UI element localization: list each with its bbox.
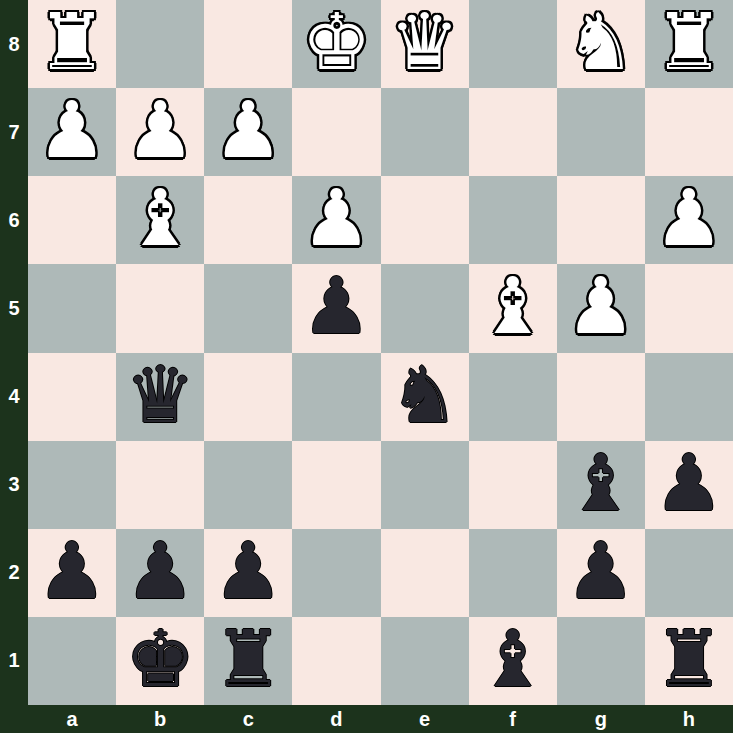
square-d1[interactable] bbox=[292, 617, 380, 705]
square-c4[interactable] bbox=[204, 353, 292, 441]
file-label-f: f bbox=[469, 705, 557, 733]
square-e1[interactable] bbox=[381, 617, 469, 705]
square-c2[interactable]: ♟︎ bbox=[204, 529, 292, 617]
square-a7[interactable]: ♟︎ bbox=[28, 88, 116, 176]
white-knight[interactable]: ♞︎ bbox=[566, 3, 636, 81]
square-b8[interactable] bbox=[116, 0, 204, 88]
white-rook[interactable]: ♜︎ bbox=[654, 3, 724, 81]
square-e8[interactable]: ♛︎ bbox=[381, 0, 469, 88]
white-pawn[interactable]: ♟︎ bbox=[301, 179, 371, 257]
rank-label-2: 2 bbox=[0, 529, 28, 617]
square-b1[interactable]: ♚︎ bbox=[116, 617, 204, 705]
white-pawn[interactable]: ♟︎ bbox=[37, 91, 107, 169]
white-rook[interactable]: ♜︎ bbox=[37, 3, 107, 81]
square-h4[interactable] bbox=[645, 353, 733, 441]
black-king[interactable]: ♚︎ bbox=[125, 620, 195, 698]
square-a2[interactable]: ♟︎ bbox=[28, 529, 116, 617]
black-pawn[interactable]: ♟︎ bbox=[213, 532, 283, 610]
rank-label-6: 6 bbox=[0, 176, 28, 264]
square-e6[interactable] bbox=[381, 176, 469, 264]
black-pawn[interactable]: ♟︎ bbox=[301, 267, 371, 345]
square-g5[interactable]: ♟︎ bbox=[557, 264, 645, 352]
square-f8[interactable] bbox=[469, 0, 557, 88]
black-bishop[interactable]: ♝︎ bbox=[566, 444, 636, 522]
black-rook[interactable]: ♜︎ bbox=[213, 620, 283, 698]
black-knight[interactable]: ♞︎ bbox=[390, 356, 460, 434]
square-b4[interactable]: ♛︎ bbox=[116, 353, 204, 441]
file-label-e: e bbox=[381, 705, 469, 733]
board-corner bbox=[0, 705, 28, 733]
square-f1[interactable]: ♝︎ bbox=[469, 617, 557, 705]
file-label-g: g bbox=[557, 705, 645, 733]
square-d6[interactable]: ♟︎ bbox=[292, 176, 380, 264]
square-b7[interactable]: ♟︎ bbox=[116, 88, 204, 176]
file-label-a: a bbox=[28, 705, 116, 733]
square-h5[interactable] bbox=[645, 264, 733, 352]
file-label-d: d bbox=[292, 705, 380, 733]
square-a8[interactable]: ♜︎ bbox=[28, 0, 116, 88]
square-e3[interactable] bbox=[381, 441, 469, 529]
square-d5[interactable]: ♟︎ bbox=[292, 264, 380, 352]
black-rook[interactable]: ♜︎ bbox=[654, 620, 724, 698]
white-queen[interactable]: ♛︎ bbox=[390, 3, 460, 81]
square-c5[interactable] bbox=[204, 264, 292, 352]
rank-label-8: 8 bbox=[0, 0, 28, 88]
square-f7[interactable] bbox=[469, 88, 557, 176]
file-label-c: c bbox=[204, 705, 292, 733]
square-h1[interactable]: ♜︎ bbox=[645, 617, 733, 705]
square-h6[interactable]: ♟︎ bbox=[645, 176, 733, 264]
square-c7[interactable]: ♟︎ bbox=[204, 88, 292, 176]
square-d3[interactable] bbox=[292, 441, 380, 529]
square-c8[interactable] bbox=[204, 0, 292, 88]
square-h8[interactable]: ♜︎ bbox=[645, 0, 733, 88]
white-king[interactable]: ♚︎ bbox=[301, 3, 371, 81]
black-pawn[interactable]: ♟︎ bbox=[566, 532, 636, 610]
white-bishop[interactable]: ♝︎ bbox=[478, 267, 548, 345]
square-b5[interactable] bbox=[116, 264, 204, 352]
square-d4[interactable] bbox=[292, 353, 380, 441]
black-pawn[interactable]: ♟︎ bbox=[37, 532, 107, 610]
square-a5[interactable] bbox=[28, 264, 116, 352]
square-a1[interactable] bbox=[28, 617, 116, 705]
square-h3[interactable]: ♟︎ bbox=[645, 441, 733, 529]
square-a6[interactable] bbox=[28, 176, 116, 264]
chess-board: 8♜︎♚︎♛︎♞︎♜︎7♟︎♟︎♟︎6♝︎♟︎♟︎5♟︎♝︎♟︎4♛︎♞︎3♝︎… bbox=[0, 0, 733, 733]
square-e5[interactable] bbox=[381, 264, 469, 352]
square-f5[interactable]: ♝︎ bbox=[469, 264, 557, 352]
square-c1[interactable]: ♜︎ bbox=[204, 617, 292, 705]
square-f3[interactable] bbox=[469, 441, 557, 529]
square-g3[interactable]: ♝︎ bbox=[557, 441, 645, 529]
black-pawn[interactable]: ♟︎ bbox=[125, 532, 195, 610]
white-pawn[interactable]: ♟︎ bbox=[566, 267, 636, 345]
square-g6[interactable] bbox=[557, 176, 645, 264]
square-e2[interactable] bbox=[381, 529, 469, 617]
file-label-h: h bbox=[645, 705, 733, 733]
square-d7[interactable] bbox=[292, 88, 380, 176]
square-g2[interactable]: ♟︎ bbox=[557, 529, 645, 617]
white-pawn[interactable]: ♟︎ bbox=[213, 91, 283, 169]
square-d8[interactable]: ♚︎ bbox=[292, 0, 380, 88]
white-pawn[interactable]: ♟︎ bbox=[654, 179, 724, 257]
square-d2[interactable] bbox=[292, 529, 380, 617]
black-queen[interactable]: ♛︎ bbox=[125, 356, 195, 434]
white-bishop[interactable]: ♝︎ bbox=[125, 179, 195, 257]
square-c3[interactable] bbox=[204, 441, 292, 529]
file-label-b: b bbox=[116, 705, 204, 733]
rank-label-3: 3 bbox=[0, 441, 28, 529]
square-h2[interactable] bbox=[645, 529, 733, 617]
square-a4[interactable] bbox=[28, 353, 116, 441]
square-f4[interactable] bbox=[469, 353, 557, 441]
square-g1[interactable] bbox=[557, 617, 645, 705]
square-e4[interactable]: ♞︎ bbox=[381, 353, 469, 441]
square-g4[interactable] bbox=[557, 353, 645, 441]
square-b3[interactable] bbox=[116, 441, 204, 529]
rank-label-4: 4 bbox=[0, 353, 28, 441]
square-h7[interactable] bbox=[645, 88, 733, 176]
square-f2[interactable] bbox=[469, 529, 557, 617]
square-b6[interactable]: ♝︎ bbox=[116, 176, 204, 264]
rank-label-7: 7 bbox=[0, 88, 28, 176]
square-g8[interactable]: ♞︎ bbox=[557, 0, 645, 88]
black-bishop[interactable]: ♝︎ bbox=[478, 620, 548, 698]
black-pawn[interactable]: ♟︎ bbox=[654, 444, 724, 522]
rank-label-5: 5 bbox=[0, 264, 28, 352]
square-g7[interactable] bbox=[557, 88, 645, 176]
square-c6[interactable] bbox=[204, 176, 292, 264]
square-b2[interactable]: ♟︎ bbox=[116, 529, 204, 617]
white-pawn[interactable]: ♟︎ bbox=[125, 91, 195, 169]
rank-label-1: 1 bbox=[0, 617, 28, 705]
square-f6[interactable] bbox=[469, 176, 557, 264]
square-a3[interactable] bbox=[28, 441, 116, 529]
square-e7[interactable] bbox=[381, 88, 469, 176]
